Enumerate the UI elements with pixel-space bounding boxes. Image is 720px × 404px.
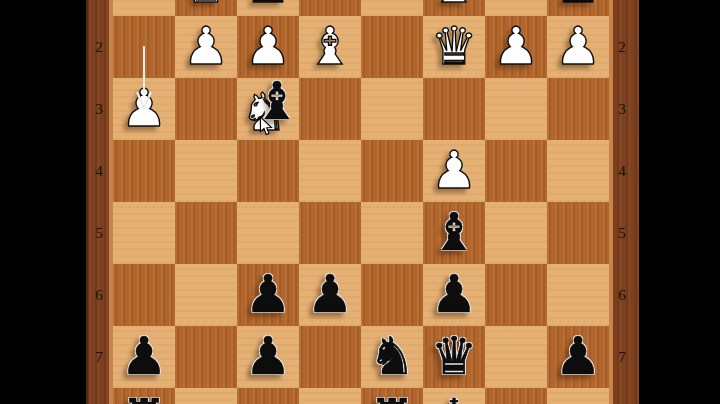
square-g3[interactable] [175,78,237,140]
square-b4[interactable] [485,140,547,202]
piece-black-rook[interactable]: ♜ [113,388,175,404]
square-a3[interactable] [547,78,609,140]
square-a2[interactable]: ♟ [547,16,609,78]
rank-label-6: 6 [87,286,111,304]
square-c4[interactable]: ♟ [423,140,485,202]
square-d2[interactable] [361,16,423,78]
square-c7[interactable]: ♛ [423,326,485,388]
piece-white-rook[interactable]: ♜ [547,0,609,16]
piece-black-queen[interactable]: ♛ [423,326,485,388]
piece-black-pawn[interactable]: ♟ [237,326,299,388]
square-d8[interactable]: ♜ [361,388,423,404]
square-e8[interactable] [299,388,361,404]
square-a6[interactable] [547,264,609,326]
rank-label-7: 7 [610,348,634,366]
square-e7[interactable] [299,326,361,388]
square-f3[interactable]: ♞♝ [237,78,299,140]
piece-white-pawn[interactable]: ♟ [423,140,485,202]
piece-black-rook[interactable]: ♜ [361,388,423,404]
square-e4[interactable] [299,140,361,202]
square-f8[interactable] [237,388,299,404]
square-f2[interactable]: ♟ [237,16,299,78]
piece-black-pawn[interactable]: ♟ [547,326,609,388]
square-h4[interactable] [113,140,175,202]
piece-white-pawn[interactable]: ♟ [547,16,609,78]
square-b6[interactable] [485,264,547,326]
square-f1[interactable]: ♜ [237,0,299,16]
square-e3[interactable] [299,78,361,140]
piece-white-king[interactable]: ♚ [175,0,237,16]
piece-black-pawn[interactable]: ♟ [299,264,361,326]
square-d5[interactable] [361,202,423,264]
square-g5[interactable] [175,202,237,264]
square-d7[interactable]: ♞ [361,326,423,388]
square-g2[interactable]: ♟ [175,16,237,78]
square-a8[interactable] [547,388,609,404]
square-b7[interactable] [485,326,547,388]
square-c3[interactable] [423,78,485,140]
square-c6[interactable]: ♟ [423,264,485,326]
square-h6[interactable] [113,264,175,326]
square-g8[interactable] [175,388,237,404]
square-f7[interactable]: ♟ [237,326,299,388]
square-h1[interactable] [113,0,175,16]
square-h7[interactable]: ♟ [113,326,175,388]
rank-label-5: 5 [87,224,111,242]
piece-white-pawn[interactable]: ♟ [237,16,299,78]
rank-label-4: 4 [87,162,111,180]
square-e2[interactable]: ♝ [299,16,361,78]
square-e5[interactable] [299,202,361,264]
piece-black-knight[interactable]: ♞ [361,326,423,388]
square-e1[interactable] [299,0,361,16]
rank-label-6: 6 [610,286,634,304]
video-frame: ♚♜♝♜♟♟♝♛♟♟♟♞♝♟♝♟♟♟♟♟♞♛♟♜♜♚ 1234567812345… [0,0,720,404]
rank-label-3: 3 [610,100,634,118]
square-b2[interactable]: ♟ [485,16,547,78]
square-g1[interactable]: ♚ [175,0,237,16]
square-c5[interactable]: ♝ [423,202,485,264]
rank-label-3: 3 [87,100,111,118]
mouse-cursor-icon [259,116,273,136]
square-b1[interactable] [485,0,547,16]
square-e6[interactable]: ♟ [299,264,361,326]
square-d3[interactable] [361,78,423,140]
square-f5[interactable] [237,202,299,264]
rank-label-4: 4 [610,162,634,180]
square-c8[interactable]: ♚ [423,388,485,404]
square-a7[interactable]: ♟ [547,326,609,388]
square-g6[interactable] [175,264,237,326]
piece-black-pawn[interactable]: ♟ [237,264,299,326]
piece-white-pawn[interactable]: ♟ [485,16,547,78]
rank-label-7: 7 [87,348,111,366]
square-f4[interactable] [237,140,299,202]
square-g4[interactable] [175,140,237,202]
square-a1[interactable]: ♜ [547,0,609,16]
piece-white-bishop[interactable]: ♝ [299,16,361,78]
square-a4[interactable] [547,140,609,202]
rank-label-2: 2 [87,38,111,56]
piece-white-bishop[interactable]: ♝ [423,0,485,16]
rank-label-2: 2 [610,38,634,56]
piece-white-queen[interactable]: ♛ [423,16,485,78]
square-a5[interactable] [547,202,609,264]
square-g7[interactable] [175,326,237,388]
piece-white-pawn[interactable]: ♟ [175,16,237,78]
square-b8[interactable] [485,388,547,404]
square-d6[interactable] [361,264,423,326]
square-b5[interactable] [485,202,547,264]
square-b3[interactable] [485,78,547,140]
square-c1[interactable]: ♝ [423,0,485,16]
piece-white-rook[interactable]: ♜ [237,0,299,16]
last-move-arrow-icon [132,44,156,114]
piece-black-pawn[interactable]: ♟ [113,326,175,388]
piece-black-king[interactable]: ♚ [423,388,485,404]
square-h5[interactable] [113,202,175,264]
piece-black-pawn[interactable]: ♟ [423,264,485,326]
square-d4[interactable] [361,140,423,202]
square-f6[interactable]: ♟ [237,264,299,326]
square-d1[interactable] [361,0,423,16]
square-h8[interactable]: ♜ [113,388,175,404]
rank-label-5: 5 [610,224,634,242]
chess-board[interactable]: ♚♜♝♜♟♟♝♛♟♟♟♞♝♟♝♟♟♟♟♟♞♛♟♜♜♚ [113,0,609,404]
piece-black-bishop[interactable]: ♝ [423,202,485,264]
square-c2[interactable]: ♛ [423,16,485,78]
